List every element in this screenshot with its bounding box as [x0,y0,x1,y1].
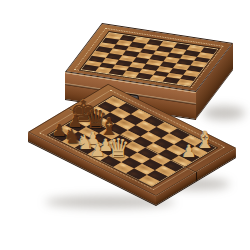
box-shadow-right [203,106,245,120]
board-square [176,79,193,86]
fold-hinge-gap [196,171,197,181]
chess-set-product-photo: ♟♞♟♚♛♝♞♟♟♟♛♟♝ [0,0,250,250]
